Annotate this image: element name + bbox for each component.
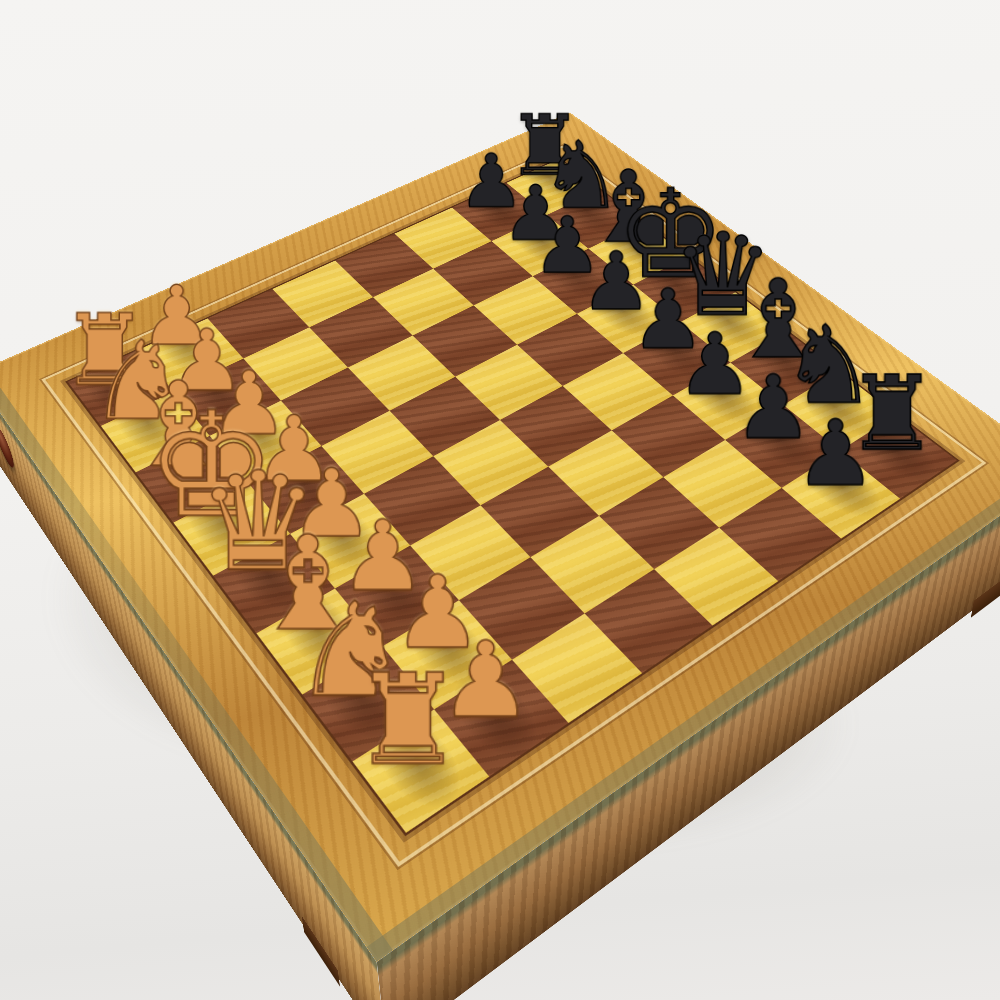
scene: ♜♞♝♚♛♝♞♜♟♟♟♟♟♟♟♟♟♟♟♟♟♟♟♟♜♞♝♚♛♝♞♜	[0, 0, 1000, 1000]
piece-black-pawn-h7[interactable]: ♟	[735, 255, 935, 498]
chess-board: ♜♞♝♚♛♝♞♜♟♟♟♟♟♟♟♟♟♟♟♟♟♟♟♟♜♞♝♚♛♝♞♜	[0, 113, 1000, 962]
piece-white-rook-h1[interactable]: ♜	[288, 491, 526, 779]
black-pawn-icon: ♟	[795, 411, 876, 497]
box-foot	[302, 916, 340, 986]
box-foot	[971, 572, 1000, 617]
white-rook-icon: ♜	[351, 661, 463, 780]
